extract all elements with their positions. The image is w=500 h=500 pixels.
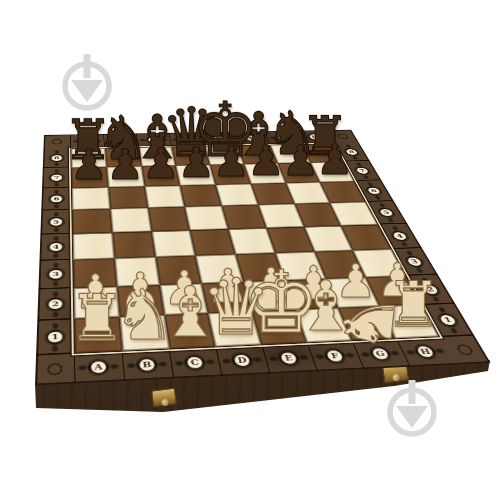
square-c2 [159, 283, 208, 315]
square-a8 [71, 148, 106, 167]
square-b7 [107, 166, 145, 187]
square-a7 [71, 167, 108, 188]
square-c1 [164, 313, 215, 348]
clasp-knob [392, 374, 400, 382]
clasp-knob [161, 399, 169, 407]
watermark-arrow-logo [382, 378, 442, 440]
file-label-top-C: C [147, 137, 160, 143]
watermark-arrow-logo [57, 52, 117, 114]
square-a6 [72, 187, 110, 210]
brass-clasp-left [151, 388, 177, 408]
square-c6 [144, 185, 184, 208]
square-c8 [138, 147, 175, 166]
square-a4 [73, 233, 115, 260]
file-label-top-D: D [180, 136, 193, 142]
playing-grid [70, 143, 440, 353]
square-c7 [141, 165, 180, 186]
square-b3 [114, 257, 159, 286]
square-b8 [105, 148, 141, 167]
square-c5 [148, 207, 190, 231]
chess-board: AA88BB77CC66DD55EE44FF33GG22HH11 [35, 130, 491, 386]
square-b1 [119, 315, 169, 351]
ornament-corner [43, 135, 70, 149]
product-photo: AA88BB77CC66DD55EE44FF33GG22HH11 ♜♞♝♛♚♝♞… [0, 0, 500, 500]
square-a5 [72, 209, 112, 234]
square-d8 [172, 146, 210, 165]
square-c3 [155, 256, 201, 285]
square-c4 [151, 230, 195, 257]
square-a2 [74, 286, 120, 319]
square-b5 [110, 208, 151, 233]
square-b2 [117, 285, 164, 317]
ornament-corner [35, 354, 74, 385]
square-d7 [176, 165, 216, 186]
square-a1 [74, 317, 122, 353]
square-a3 [73, 258, 117, 288]
square-b4 [112, 231, 155, 258]
square-b6 [108, 186, 147, 209]
square-d6 [180, 184, 222, 206]
